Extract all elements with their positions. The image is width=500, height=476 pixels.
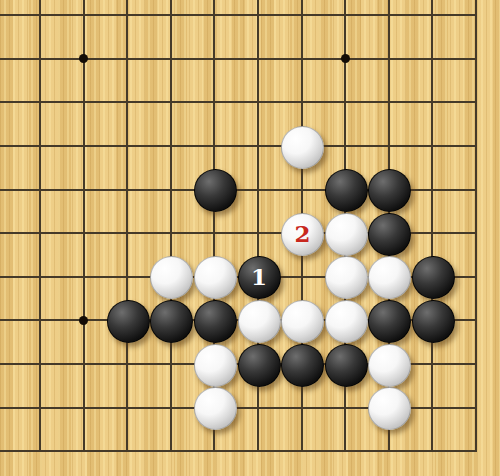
- stone-black: [368, 169, 411, 212]
- grid-hline: [0, 101, 477, 103]
- stone-white: [325, 256, 368, 299]
- stone-black: 1: [238, 256, 281, 299]
- stone-black: [368, 213, 411, 256]
- grid-vline: [170, 0, 172, 452]
- star-point: [79, 316, 88, 325]
- move-label: 1: [251, 265, 267, 288]
- move-label: 2: [295, 222, 311, 245]
- stone-black: [368, 300, 411, 343]
- grid-hline: [0, 145, 477, 147]
- stone-black: [412, 256, 455, 299]
- grid-vline: [475, 0, 477, 452]
- stone-white: [150, 256, 193, 299]
- stone-black: [107, 300, 150, 343]
- stone-white: [194, 387, 237, 430]
- stone-black: [325, 344, 368, 387]
- stone-white: [368, 256, 411, 299]
- stone-white: [368, 387, 411, 430]
- grid-hline: [0, 58, 477, 60]
- stone-black: [412, 300, 455, 343]
- stone-black: [194, 300, 237, 343]
- stone-black: [150, 300, 193, 343]
- stone-black: [194, 169, 237, 212]
- grid-hline: [0, 450, 477, 452]
- grid-vline: [83, 0, 85, 452]
- stone-black: [238, 344, 281, 387]
- grid-vline: [126, 0, 128, 452]
- stone-black: [281, 344, 324, 387]
- stone-white: [281, 300, 324, 343]
- stone-white: [325, 213, 368, 256]
- stone-white: [368, 344, 411, 387]
- star-point: [79, 54, 88, 63]
- stone-white: 2: [281, 213, 324, 256]
- stone-white: [281, 126, 324, 169]
- grid-vline: [431, 0, 433, 452]
- stone-black: [325, 169, 368, 212]
- stone-white: [194, 256, 237, 299]
- go-board[interactable]: 21: [0, 0, 500, 476]
- stone-white: [325, 300, 368, 343]
- stone-white: [238, 300, 281, 343]
- grid-vline: [39, 0, 41, 452]
- stone-white: [194, 344, 237, 387]
- star-point: [341, 54, 350, 63]
- grid-hline: [0, 14, 477, 16]
